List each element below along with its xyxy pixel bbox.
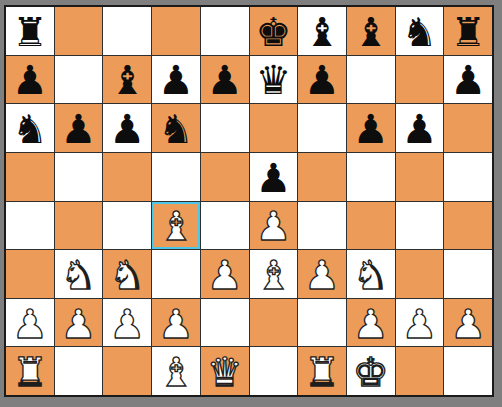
- piece-white-bishop[interactable]: ♝: [158, 352, 194, 392]
- square-g8[interactable]: ♝: [298, 7, 346, 55]
- square-j1[interactable]: [444, 347, 492, 395]
- square-a1[interactable]: ♜: [6, 347, 54, 395]
- piece-white-pawn[interactable]: ♟: [207, 255, 243, 295]
- square-f5[interactable]: ♟: [250, 153, 298, 201]
- square-c4[interactable]: [103, 202, 151, 250]
- board: ♜♚♝♝♞♜♟♝♟♟♛♟♟♞♟♟♞♟♟♟♝♟♞♞♟♝♟♞♟♟♟♟♟♟♟♜♝♛♜♚: [4, 5, 494, 397]
- square-e2[interactable]: [201, 299, 249, 347]
- piece-black-pawn[interactable]: ♟: [304, 60, 340, 100]
- square-e1[interactable]: ♛: [201, 347, 249, 395]
- piece-white-pawn[interactable]: ♟: [12, 304, 48, 344]
- piece-black-pawn[interactable]: ♟: [158, 60, 194, 100]
- square-h1[interactable]: ♚: [347, 347, 395, 395]
- square-a5[interactable]: [6, 153, 54, 201]
- piece-black-knight[interactable]: ♞: [12, 109, 48, 149]
- square-b6[interactable]: ♟: [55, 104, 103, 152]
- square-a2[interactable]: ♟: [6, 299, 54, 347]
- square-h5[interactable]: [347, 153, 395, 201]
- square-i1[interactable]: [396, 347, 444, 395]
- piece-white-pawn[interactable]: ♟: [255, 206, 291, 246]
- square-h8[interactable]: ♝: [347, 7, 395, 55]
- piece-black-pawn[interactable]: ♟: [109, 109, 145, 149]
- square-a4[interactable]: [6, 202, 54, 250]
- piece-black-queen[interactable]: ♛: [255, 60, 291, 100]
- square-i5[interactable]: [396, 153, 444, 201]
- square-j8[interactable]: ♜: [444, 7, 492, 55]
- square-h4[interactable]: [347, 202, 395, 250]
- square-d1[interactable]: ♝: [152, 347, 200, 395]
- piece-black-pawn[interactable]: ♟: [353, 109, 389, 149]
- square-e7[interactable]: ♟: [201, 56, 249, 104]
- square-e4[interactable]: [201, 202, 249, 250]
- square-e3[interactable]: ♟: [201, 250, 249, 298]
- square-c7[interactable]: ♝: [103, 56, 151, 104]
- square-g5[interactable]: [298, 153, 346, 201]
- square-f3[interactable]: ♝: [250, 250, 298, 298]
- square-g4[interactable]: [298, 202, 346, 250]
- piece-white-pawn[interactable]: ♟: [158, 304, 194, 344]
- square-b2[interactable]: ♟: [55, 299, 103, 347]
- piece-white-rook[interactable]: ♜: [12, 352, 48, 392]
- square-g6[interactable]: [298, 104, 346, 152]
- piece-white-knight[interactable]: ♞: [109, 255, 145, 295]
- piece-white-pawn[interactable]: ♟: [304, 255, 340, 295]
- square-f2[interactable]: [250, 299, 298, 347]
- piece-black-bishop[interactable]: ♝: [109, 60, 145, 100]
- piece-black-pawn[interactable]: ♟: [402, 109, 438, 149]
- piece-white-pawn[interactable]: ♟: [353, 304, 389, 344]
- square-a7[interactable]: ♟: [6, 56, 54, 104]
- piece-black-pawn[interactable]: ♟: [12, 60, 48, 100]
- piece-white-queen[interactable]: ♛: [207, 352, 243, 392]
- square-c8[interactable]: [103, 7, 151, 55]
- square-i2[interactable]: ♟: [396, 299, 444, 347]
- square-g1[interactable]: ♜: [298, 347, 346, 395]
- square-j2[interactable]: ♟: [444, 299, 492, 347]
- square-h2[interactable]: ♟: [347, 299, 395, 347]
- square-i3[interactable]: [396, 250, 444, 298]
- piece-black-pawn[interactable]: ♟: [450, 60, 486, 100]
- piece-black-knight[interactable]: ♞: [158, 109, 194, 149]
- square-b3[interactable]: ♞: [55, 250, 103, 298]
- square-d4-highlighted[interactable]: ♝: [152, 202, 200, 250]
- square-f1[interactable]: [250, 347, 298, 395]
- piece-black-bishop[interactable]: ♝: [304, 12, 340, 52]
- square-e6[interactable]: [201, 104, 249, 152]
- square-e8[interactable]: [201, 7, 249, 55]
- square-b8[interactable]: [55, 7, 103, 55]
- square-d8[interactable]: [152, 7, 200, 55]
- square-c1[interactable]: [103, 347, 151, 395]
- piece-white-pawn[interactable]: ♟: [450, 304, 486, 344]
- square-d3[interactable]: [152, 250, 200, 298]
- piece-white-pawn[interactable]: ♟: [402, 304, 438, 344]
- square-d5[interactable]: [152, 153, 200, 201]
- piece-white-bishop[interactable]: ♝: [158, 206, 194, 246]
- square-a8[interactable]: ♜: [6, 7, 54, 55]
- square-g7[interactable]: ♟: [298, 56, 346, 104]
- piece-black-pawn[interactable]: ♟: [61, 109, 97, 149]
- square-c3[interactable]: ♞: [103, 250, 151, 298]
- square-f4[interactable]: ♟: [250, 202, 298, 250]
- square-a3[interactable]: [6, 250, 54, 298]
- piece-black-bishop[interactable]: ♝: [353, 12, 389, 52]
- square-b7[interactable]: [55, 56, 103, 104]
- square-i8[interactable]: ♞: [396, 7, 444, 55]
- piece-white-pawn[interactable]: ♟: [61, 304, 97, 344]
- square-j7[interactable]: ♟: [444, 56, 492, 104]
- piece-white-bishop[interactable]: ♝: [255, 255, 291, 295]
- square-j5[interactable]: [444, 153, 492, 201]
- square-h6[interactable]: ♟: [347, 104, 395, 152]
- square-g2[interactable]: [298, 299, 346, 347]
- game-window: ♜♚♝♝♞♜♟♝♟♟♛♟♟♞♟♟♞♟♟♟♝♟♞♞♟♝♟♞♟♟♟♟♟♟♟♜♝♛♜♚: [0, 0, 502, 407]
- square-d7[interactable]: ♟: [152, 56, 200, 104]
- square-b5[interactable]: [55, 153, 103, 201]
- square-h3[interactable]: ♞: [347, 250, 395, 298]
- piece-black-rook[interactable]: ♜: [450, 12, 486, 52]
- piece-black-pawn[interactable]: ♟: [207, 60, 243, 100]
- square-b1[interactable]: [55, 347, 103, 395]
- piece-white-knight[interactable]: ♞: [61, 255, 97, 295]
- square-c2[interactable]: ♟: [103, 299, 151, 347]
- square-c5[interactable]: [103, 153, 151, 201]
- piece-white-king[interactable]: ♚: [353, 352, 389, 392]
- square-d2[interactable]: ♟: [152, 299, 200, 347]
- square-c6[interactable]: ♟: [103, 104, 151, 152]
- square-i4[interactable]: [396, 202, 444, 250]
- square-j4[interactable]: [444, 202, 492, 250]
- square-h7[interactable]: [347, 56, 395, 104]
- square-j6[interactable]: [444, 104, 492, 152]
- square-f7[interactable]: ♛: [250, 56, 298, 104]
- piece-white-rook[interactable]: ♜: [304, 352, 340, 392]
- square-i7[interactable]: [396, 56, 444, 104]
- piece-black-rook[interactable]: ♜: [12, 12, 48, 52]
- square-b4[interactable]: [55, 202, 103, 250]
- square-f8[interactable]: ♚: [250, 7, 298, 55]
- piece-white-knight[interactable]: ♞: [353, 255, 389, 295]
- square-d6[interactable]: ♞: [152, 104, 200, 152]
- square-i6[interactable]: ♟: [396, 104, 444, 152]
- piece-white-pawn[interactable]: ♟: [109, 304, 145, 344]
- piece-black-knight[interactable]: ♞: [402, 12, 438, 52]
- square-a6[interactable]: ♞: [6, 104, 54, 152]
- piece-black-king[interactable]: ♚: [255, 12, 291, 52]
- square-e5[interactable]: [201, 153, 249, 201]
- piece-black-pawn[interactable]: ♟: [255, 158, 291, 198]
- square-g3[interactable]: ♟: [298, 250, 346, 298]
- square-j3[interactable]: [444, 250, 492, 298]
- square-f6[interactable]: [250, 104, 298, 152]
